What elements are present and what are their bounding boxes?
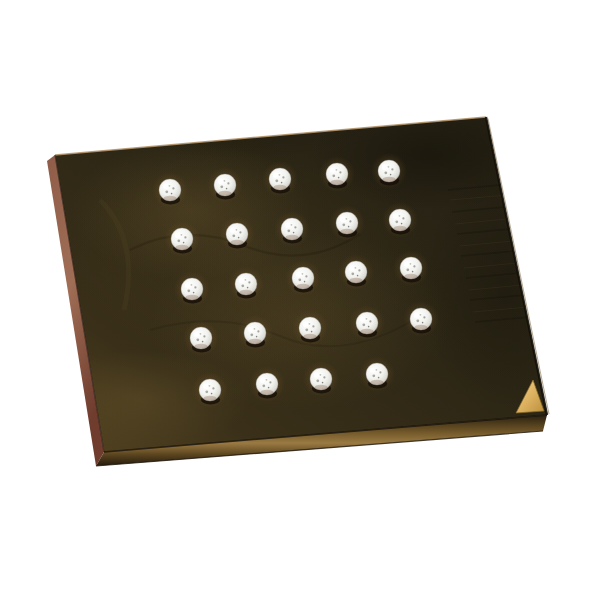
solder-ball-r4c2	[237, 315, 273, 351]
solder-ball-r5c3	[303, 361, 339, 397]
solder-ball-r1c3	[262, 161, 298, 197]
solder-ball-r3c5	[393, 250, 429, 286]
solder-ball-r2c3	[274, 211, 310, 247]
solder-ball-r5c1	[192, 372, 228, 408]
solder-ball-r1c1	[152, 172, 188, 208]
solder-ball-r3c1	[174, 271, 210, 307]
solder-ball-r5c2	[249, 366, 285, 402]
solder-ball-r3c3	[285, 260, 321, 296]
solder-ball-r3c2	[228, 266, 264, 302]
solder-ball-r4c3	[292, 310, 328, 346]
solder-ball-r5c4	[359, 356, 395, 392]
solder-ball-r4c1	[183, 320, 219, 356]
solder-ball-r1c5	[371, 153, 407, 189]
solder-ball-r2c4	[329, 205, 365, 241]
solder-ball-r2c1	[164, 221, 200, 257]
bga-chip-illustration	[0, 0, 600, 600]
chip-package	[30, 80, 590, 466]
solder-ball-r1c2	[207, 167, 243, 203]
solder-ball-r4c5	[403, 301, 439, 337]
product-photo-canvas	[0, 0, 600, 600]
solder-ball-r4c4	[349, 305, 385, 341]
solder-ball-r1c4	[319, 156, 355, 192]
solder-ball-r2c5	[382, 202, 418, 238]
solder-ball-r2c2	[219, 216, 255, 252]
solder-ball-r3c4	[338, 254, 374, 290]
